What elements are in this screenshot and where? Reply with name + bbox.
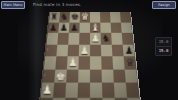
white-bishop[interactable]: ♝ — [90, 22, 101, 33]
square-h1[interactable] — [127, 97, 141, 100]
puzzle-instruction: Find mate in 3 moves. — [33, 2, 82, 7]
square-f5[interactable] — [101, 44, 113, 56]
white-clock: 15.0 — [155, 46, 172, 56]
chess-puzzle-app: Main Menu Find mate in 3 moves. Resign 1… — [0, 0, 178, 100]
black-pawn[interactable]: ♟ — [48, 22, 59, 33]
square-d7[interactable] — [79, 22, 90, 33]
square-b5[interactable] — [56, 44, 68, 56]
square-f2[interactable] — [102, 83, 115, 98]
square-f7[interactable] — [100, 22, 111, 33]
square-e3[interactable] — [90, 69, 102, 83]
square-c1[interactable] — [64, 97, 77, 100]
square-d6[interactable] — [79, 33, 90, 44]
square-h3[interactable] — [125, 69, 138, 83]
square-a1[interactable] — [39, 97, 53, 100]
square-b1[interactable] — [52, 97, 66, 100]
square-d1[interactable] — [77, 97, 90, 100]
square-b6[interactable] — [57, 33, 69, 44]
square-b2[interactable] — [53, 83, 66, 98]
square-e8[interactable] — [90, 12, 100, 22]
black-pawn[interactable]: ♟ — [58, 22, 69, 33]
square-e5[interactable] — [90, 44, 101, 56]
main-menu-button[interactable]: Main Menu — [1, 1, 25, 9]
square-h2[interactable] — [126, 83, 140, 98]
square-f3[interactable] — [102, 69, 114, 83]
square-f8[interactable] — [100, 12, 111, 22]
square-e2[interactable] — [90, 83, 102, 98]
square-d3[interactable] — [78, 69, 90, 83]
white-king[interactable]: ♚ — [54, 70, 66, 83]
white-pawn[interactable]: ♟ — [79, 44, 90, 56]
square-f1[interactable] — [102, 97, 115, 100]
square-h7[interactable] — [121, 22, 132, 33]
square-d4[interactable] — [78, 56, 90, 69]
square-e4[interactable] — [90, 56, 102, 69]
square-b4[interactable] — [55, 56, 67, 69]
square-c6[interactable] — [68, 33, 79, 44]
square-e1[interactable] — [90, 97, 103, 100]
chess-board[interactable]: ♜♞♚♛♟♟♟♝♟♞♟♟♟♛♚♟ 87654321abcdefgh — [38, 12, 143, 100]
black-pawn[interactable]: ♟ — [123, 44, 134, 56]
square-c5[interactable] — [68, 44, 80, 56]
square-h6[interactable] — [122, 33, 134, 44]
square-d2[interactable] — [78, 83, 90, 98]
resign-button[interactable]: Resign — [152, 1, 176, 9]
square-c2[interactable] — [65, 83, 78, 98]
black-pawn[interactable]: ♟ — [69, 22, 80, 33]
square-f4[interactable] — [101, 56, 113, 69]
square-h8[interactable] — [120, 12, 131, 22]
square-c3[interactable] — [66, 69, 78, 83]
